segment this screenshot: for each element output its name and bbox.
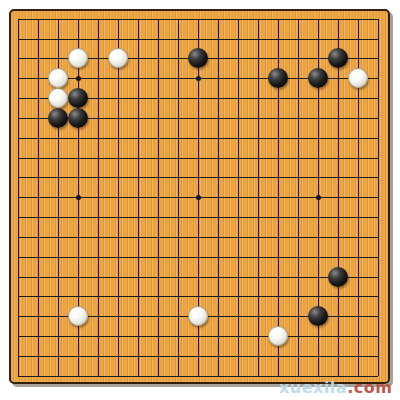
stone-black[interactable]: [308, 306, 328, 326]
page: xuexila.com: [0, 0, 400, 400]
stone-black[interactable]: [188, 48, 208, 68]
grid-line: [18, 296, 378, 297]
stone-black[interactable]: [308, 68, 328, 88]
stone-black[interactable]: [48, 108, 68, 128]
stone-white[interactable]: [48, 68, 68, 88]
stone-black[interactable]: [68, 108, 88, 128]
grid-line: [238, 19, 239, 376]
grid-line: [18, 277, 378, 278]
grid-line: [18, 356, 378, 357]
watermark-site: xuexila: [279, 378, 347, 397]
stone-white[interactable]: [108, 48, 128, 68]
stone-white[interactable]: [268, 326, 288, 346]
star-point: [76, 76, 81, 81]
grid-line: [18, 217, 378, 218]
star-point: [316, 195, 321, 200]
grid-line: [18, 237, 378, 238]
stone-black[interactable]: [68, 88, 88, 108]
go-board[interactable]: [9, 9, 390, 384]
stone-black[interactable]: [268, 68, 288, 88]
grid-line: [338, 19, 339, 376]
stone-black[interactable]: [328, 48, 348, 68]
grid-line: [18, 336, 378, 337]
grid-line: [258, 19, 259, 376]
stone-white[interactable]: [348, 68, 368, 88]
watermark-tld: .com: [347, 378, 392, 397]
stone-white[interactable]: [188, 306, 208, 326]
grid-line: [18, 376, 378, 377]
stone-black[interactable]: [328, 267, 348, 287]
stone-white[interactable]: [68, 48, 88, 68]
star-point: [196, 76, 201, 81]
grid-line: [298, 19, 299, 376]
star-point: [196, 195, 201, 200]
star-point: [76, 195, 81, 200]
grid-line: [18, 257, 378, 258]
stone-white[interactable]: [48, 88, 68, 108]
grid-line: [218, 19, 219, 376]
grid-line: [378, 19, 379, 376]
watermark: xuexila.com: [279, 378, 392, 397]
stone-white[interactable]: [68, 306, 88, 326]
